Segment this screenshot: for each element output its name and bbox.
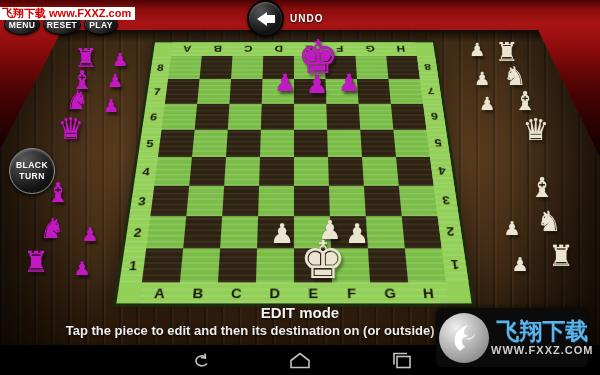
rank-label-right-8: 8 [417, 56, 439, 79]
square-b8[interactable] [200, 56, 233, 79]
board-corner [116, 282, 141, 303]
file-label-far-D: D [263, 42, 294, 55]
square-h5[interactable] [393, 130, 430, 157]
square-e3[interactable] [294, 186, 330, 216]
file-label-near-H: H [408, 282, 449, 303]
file-label-far-H: H [385, 42, 417, 55]
back-icon[interactable] [188, 352, 212, 369]
square-c1[interactable] [218, 248, 257, 282]
square-c8[interactable] [231, 56, 263, 79]
square-b2[interactable] [183, 216, 222, 248]
square-f3[interactable] [329, 186, 366, 216]
file-label-far-A: A [171, 42, 203, 55]
chess-board: ABCDEFGH8877665544332211ABCDEFGH [116, 42, 471, 303]
square-c6[interactable] [228, 104, 262, 130]
square-h4[interactable] [396, 157, 434, 186]
square-b7[interactable] [197, 79, 231, 104]
square-f8[interactable] [325, 56, 357, 79]
square-b3[interactable] [186, 186, 224, 216]
rank-label-right-7: 7 [420, 79, 442, 104]
square-g2[interactable] [366, 216, 405, 248]
square-f4[interactable] [328, 157, 364, 186]
square-a7[interactable] [165, 79, 200, 104]
turn-line1: BLACK [16, 160, 48, 171]
board-corner [153, 42, 173, 55]
file-label-near-D: D [255, 282, 294, 303]
square-b1[interactable] [180, 248, 220, 282]
square-g5[interactable] [360, 130, 396, 157]
square-c3[interactable] [222, 186, 259, 216]
square-e6[interactable] [294, 104, 327, 130]
square-a2[interactable] [146, 216, 186, 248]
square-d1[interactable] [256, 248, 294, 282]
square-e7[interactable] [294, 79, 326, 104]
square-h3[interactable] [399, 186, 438, 216]
file-label-far-F: F [324, 42, 355, 55]
file-label-near-F: F [332, 282, 371, 303]
file-label-near-A: A [139, 282, 180, 303]
square-f2[interactable] [330, 216, 368, 248]
square-a1[interactable] [142, 248, 183, 282]
square-h6[interactable] [391, 104, 427, 130]
square-c5[interactable] [226, 130, 261, 157]
square-c7[interactable] [229, 79, 262, 104]
square-d5[interactable] [260, 130, 294, 157]
file-label-far-E: E [294, 42, 325, 55]
square-a3[interactable] [150, 186, 189, 216]
square-b6[interactable] [195, 104, 230, 130]
square-e5[interactable] [294, 130, 328, 157]
square-h2[interactable] [402, 216, 442, 248]
square-g8[interactable] [355, 56, 388, 79]
file-label-far-G: G [355, 42, 387, 55]
square-d4[interactable] [259, 157, 294, 186]
file-label-far-C: C [233, 42, 264, 55]
square-g3[interactable] [364, 186, 402, 216]
app-screen: ABCDEFGH8877665544332211ABCDEFGH ♜♟♝♟♞♟♛… [0, 0, 600, 375]
square-g1[interactable] [368, 248, 408, 282]
square-e1[interactable] [294, 248, 332, 282]
square-a5[interactable] [158, 130, 195, 157]
square-d7[interactable] [262, 79, 294, 104]
undo-arrow-icon [257, 12, 275, 26]
square-a8[interactable] [168, 56, 202, 79]
square-a4[interactable] [154, 157, 192, 186]
rank-label-right-6: 6 [423, 104, 446, 130]
square-g4[interactable] [362, 157, 399, 186]
watermark-top: 飞翔下载 www.FXXZ.com [0, 7, 135, 20]
square-h1[interactable] [405, 248, 446, 282]
board-corner [446, 282, 471, 303]
file-label-near-C: C [217, 282, 256, 303]
square-h7[interactable] [388, 79, 423, 104]
square-g6[interactable] [359, 104, 394, 130]
board-3d-wrapper: ABCDEFGH8877665544332211ABCDEFGH [116, 42, 471, 303]
square-d3[interactable] [258, 186, 294, 216]
rank-label-right-3: 3 [434, 186, 459, 216]
turn-line2: TURN [19, 171, 45, 182]
square-a6[interactable] [162, 104, 198, 130]
square-f7[interactable] [325, 79, 358, 104]
square-f1[interactable] [331, 248, 370, 282]
file-label-near-B: B [178, 282, 218, 303]
rank-label-right-5: 5 [426, 130, 450, 157]
file-label-near-G: G [370, 282, 410, 303]
undo-button[interactable] [247, 0, 284, 37]
logo-chinese-text: 飞翔下载 [496, 319, 588, 344]
square-b4[interactable] [189, 157, 226, 186]
black-turn-indicator[interactable]: BLACK TURN [9, 148, 55, 194]
square-g7[interactable] [357, 79, 391, 104]
square-e2[interactable] [294, 216, 331, 248]
square-c2[interactable] [220, 216, 258, 248]
home-icon[interactable] [288, 352, 312, 369]
square-e4[interactable] [294, 157, 329, 186]
square-h8[interactable] [386, 56, 420, 79]
file-label-near-E: E [294, 282, 333, 303]
square-f5[interactable] [327, 130, 362, 157]
undo-label: UNDO [290, 13, 323, 24]
square-c4[interactable] [224, 157, 260, 186]
recents-icon[interactable] [390, 352, 414, 369]
rank-label-right-4: 4 [430, 157, 454, 186]
square-b5[interactable] [192, 130, 228, 157]
board-corner [415, 42, 435, 55]
logo-site-text: WWW.FXXZ.COM [491, 344, 593, 356]
square-f6[interactable] [326, 104, 360, 130]
square-d8[interactable] [263, 56, 294, 79]
fxxz-logo[interactable]: 飞翔下载 WWW.FXXZ.COM [436, 308, 588, 367]
square-d2[interactable] [257, 216, 294, 248]
square-d6[interactable] [261, 104, 294, 130]
bird-logo-icon [439, 313, 489, 363]
file-label-far-B: B [202, 42, 234, 55]
square-e8[interactable] [294, 56, 325, 79]
